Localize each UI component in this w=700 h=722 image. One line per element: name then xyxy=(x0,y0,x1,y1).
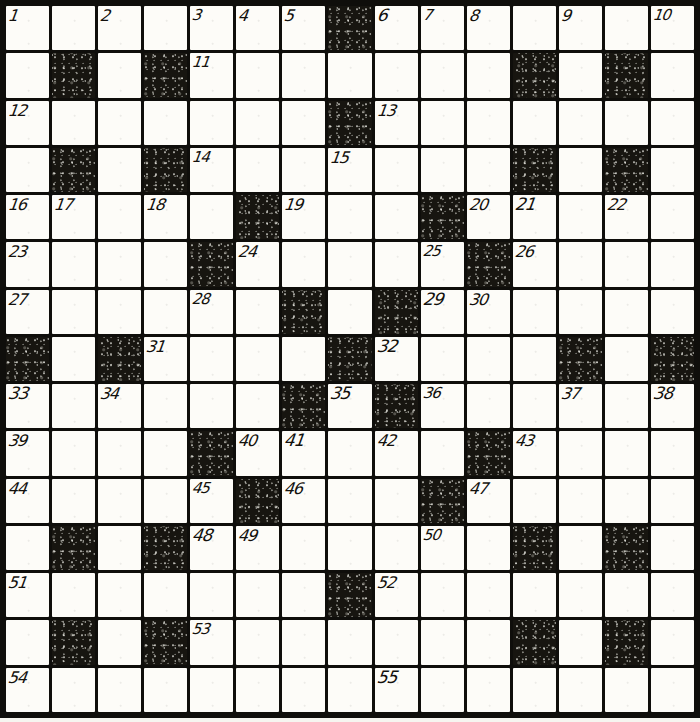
clue-number: 24 xyxy=(237,242,258,261)
cell[interactable] xyxy=(467,384,510,428)
cell[interactable] xyxy=(467,53,510,97)
cell[interactable]: 43 xyxy=(513,431,556,475)
cell[interactable]: 51 xyxy=(6,573,49,617)
clue-number: 55 xyxy=(375,668,397,687)
black-cell xyxy=(421,479,464,523)
black-cell xyxy=(328,6,371,50)
clue-number: 16 xyxy=(7,195,28,214)
black-cell xyxy=(375,384,418,428)
cell[interactable] xyxy=(375,479,418,523)
cell[interactable]: 34 xyxy=(98,384,141,428)
cell[interactable] xyxy=(605,290,648,334)
cell[interactable] xyxy=(651,53,694,97)
cell[interactable] xyxy=(236,620,279,664)
black-cell xyxy=(651,337,694,381)
clue-number: 53 xyxy=(191,620,210,639)
cell[interactable] xyxy=(421,337,464,381)
cell[interactable] xyxy=(513,101,556,145)
cell[interactable] xyxy=(513,384,556,428)
cell[interactable]: 15 xyxy=(328,148,371,192)
cell[interactable]: 6 xyxy=(375,6,418,50)
cell[interactable] xyxy=(421,573,464,617)
cell[interactable]: 4 xyxy=(236,6,279,50)
clue-number: 34 xyxy=(99,384,120,403)
clue-number: 3 xyxy=(191,6,202,25)
cell[interactable] xyxy=(328,620,371,664)
cell[interactable] xyxy=(98,195,141,239)
clue-number: 32 xyxy=(375,337,397,356)
cell[interactable] xyxy=(421,431,464,475)
cell[interactable] xyxy=(144,573,187,617)
cell[interactable] xyxy=(605,242,648,286)
clue-number: 35 xyxy=(329,384,351,403)
cell[interactable]: 20 xyxy=(467,195,510,239)
cell[interactable] xyxy=(605,668,648,712)
black-cell xyxy=(513,526,556,570)
cell[interactable]: 41 xyxy=(282,431,325,475)
cell[interactable] xyxy=(559,148,602,192)
cell[interactable] xyxy=(651,101,694,145)
black-cell xyxy=(605,148,648,192)
cell[interactable] xyxy=(605,431,648,475)
cell[interactable] xyxy=(375,242,418,286)
cell[interactable] xyxy=(559,526,602,570)
black-cell xyxy=(375,290,418,334)
cell[interactable]: 52 xyxy=(375,573,418,617)
cell[interactable] xyxy=(467,101,510,145)
clue-number: 4 xyxy=(237,6,249,25)
cell[interactable] xyxy=(98,668,141,712)
cell[interactable] xyxy=(144,431,187,475)
cell[interactable] xyxy=(190,573,233,617)
cell[interactable] xyxy=(144,290,187,334)
cell[interactable] xyxy=(52,6,95,50)
clue-number: 41 xyxy=(283,431,305,450)
cell[interactable] xyxy=(190,101,233,145)
clue-number: 31 xyxy=(145,337,166,356)
cell[interactable] xyxy=(98,431,141,475)
cell[interactable]: 32 xyxy=(375,337,418,381)
cell[interactable]: 5 xyxy=(282,6,325,50)
cell[interactable] xyxy=(98,53,141,97)
cell[interactable] xyxy=(98,290,141,334)
cell[interactable] xyxy=(52,337,95,381)
cell[interactable] xyxy=(282,620,325,664)
cell[interactable] xyxy=(513,6,556,50)
cell[interactable]: 18 xyxy=(144,195,187,239)
black-cell xyxy=(421,195,464,239)
cell[interactable]: 54 xyxy=(6,668,49,712)
cell[interactable] xyxy=(421,148,464,192)
cell[interactable] xyxy=(513,668,556,712)
clue-number: 26 xyxy=(513,242,534,261)
cell[interactable]: 7 xyxy=(421,6,464,50)
clue-number: 18 xyxy=(145,195,166,214)
cell[interactable] xyxy=(651,668,694,712)
cell[interactable] xyxy=(651,620,694,664)
cell[interactable] xyxy=(282,242,325,286)
cell[interactable]: 50 xyxy=(421,526,464,570)
cell[interactable] xyxy=(144,101,187,145)
cell[interactable] xyxy=(328,668,371,712)
clue-number: 17 xyxy=(53,195,74,214)
cell[interactable] xyxy=(98,526,141,570)
cell[interactable] xyxy=(513,573,556,617)
cell[interactable] xyxy=(236,384,279,428)
clue-number: 22 xyxy=(606,195,627,214)
cell[interactable]: 22 xyxy=(605,195,648,239)
clue-number: 8 xyxy=(467,6,479,25)
cell[interactable]: 53 xyxy=(190,620,233,664)
cell[interactable] xyxy=(605,6,648,50)
clue-number: 44 xyxy=(7,479,28,498)
black-cell xyxy=(513,148,556,192)
cell[interactable] xyxy=(375,195,418,239)
cell[interactable] xyxy=(6,148,49,192)
cell[interactable] xyxy=(605,384,648,428)
black-cell xyxy=(328,101,371,145)
black-cell xyxy=(98,337,141,381)
clue-number: 33 xyxy=(7,384,29,403)
cell[interactable]: 3 xyxy=(190,6,233,50)
cell[interactable] xyxy=(559,290,602,334)
clue-number: 43 xyxy=(513,431,534,450)
cell[interactable] xyxy=(98,101,141,145)
cell[interactable] xyxy=(236,148,279,192)
cell[interactable] xyxy=(375,53,418,97)
cell[interactable] xyxy=(559,431,602,475)
cell[interactable] xyxy=(98,573,141,617)
cell[interactable] xyxy=(651,526,694,570)
cell[interactable] xyxy=(467,668,510,712)
cell[interactable] xyxy=(282,337,325,381)
cell[interactable] xyxy=(52,384,95,428)
cell[interactable]: 33 xyxy=(6,384,49,428)
cell[interactable]: 49 xyxy=(236,526,279,570)
cell[interactable] xyxy=(282,101,325,145)
cell[interactable] xyxy=(52,242,95,286)
cell[interactable]: 36 xyxy=(421,384,464,428)
clue-number: 20 xyxy=(467,195,488,214)
black-cell xyxy=(144,148,187,192)
black-cell xyxy=(144,526,187,570)
black-cell xyxy=(605,526,648,570)
cell[interactable]: 39 xyxy=(6,431,49,475)
clue-number: 23 xyxy=(7,242,28,261)
clue-number: 50 xyxy=(421,526,440,545)
cell[interactable] xyxy=(421,53,464,97)
cell[interactable]: 2 xyxy=(98,6,141,50)
clue-number: 10 xyxy=(652,6,671,25)
clue-number: 25 xyxy=(421,242,440,261)
cell[interactable] xyxy=(467,573,510,617)
clue-number: 27 xyxy=(7,290,28,309)
clue-number: 51 xyxy=(7,573,28,592)
crossword-scan: 1234567891011121314151617181920212223242… xyxy=(0,0,700,722)
cell[interactable]: 19 xyxy=(282,195,325,239)
cell[interactable] xyxy=(467,620,510,664)
clue-number: 5 xyxy=(283,6,295,25)
cell[interactable] xyxy=(467,337,510,381)
cell[interactable] xyxy=(559,573,602,617)
cell[interactable]: 47 xyxy=(467,479,510,523)
clue-number: 12 xyxy=(7,101,28,120)
cell[interactable]: 17 xyxy=(52,195,95,239)
cell[interactable]: 44 xyxy=(6,479,49,523)
cell[interactable] xyxy=(328,53,371,97)
cell[interactable] xyxy=(651,573,694,617)
cell[interactable]: 31 xyxy=(144,337,187,381)
cell[interactable] xyxy=(467,148,510,192)
cell[interactable]: 1 xyxy=(6,6,49,50)
cell[interactable] xyxy=(559,479,602,523)
cell[interactable] xyxy=(651,290,694,334)
cell[interactable] xyxy=(236,668,279,712)
clue-number: 19 xyxy=(283,195,304,214)
cell[interactable]: 35 xyxy=(328,384,371,428)
clue-number: 49 xyxy=(237,526,258,545)
clue-number: 6 xyxy=(375,6,387,25)
cell[interactable]: 14 xyxy=(190,148,233,192)
cell[interactable] xyxy=(282,148,325,192)
cell[interactable]: 28 xyxy=(190,290,233,334)
cell[interactable] xyxy=(6,526,49,570)
cell[interactable] xyxy=(328,526,371,570)
cell[interactable] xyxy=(190,337,233,381)
clue-number: 14 xyxy=(191,148,210,167)
cell[interactable] xyxy=(144,668,187,712)
clue-number: 9 xyxy=(559,6,571,25)
clue-number: 46 xyxy=(283,479,304,498)
black-cell xyxy=(282,290,325,334)
cell[interactable] xyxy=(282,53,325,97)
cell[interactable]: 24 xyxy=(236,242,279,286)
clue-number: 13 xyxy=(375,101,396,120)
clue-number: 38 xyxy=(652,384,674,403)
clue-number: 30 xyxy=(467,290,488,309)
cell[interactable] xyxy=(144,6,187,50)
cell[interactable] xyxy=(98,479,141,523)
cell[interactable]: 40 xyxy=(236,431,279,475)
black-cell xyxy=(52,53,95,97)
cell[interactable] xyxy=(144,479,187,523)
clue-number: 15 xyxy=(329,148,350,167)
black-cell xyxy=(513,53,556,97)
black-cell xyxy=(190,242,233,286)
black-cell xyxy=(559,337,602,381)
cell[interactable] xyxy=(605,101,648,145)
cell[interactable] xyxy=(559,53,602,97)
black-cell xyxy=(467,242,510,286)
clue-number: 28 xyxy=(191,290,210,309)
black-cell xyxy=(52,526,95,570)
black-cell xyxy=(52,620,95,664)
cell[interactable] xyxy=(98,148,141,192)
cell[interactable]: 42 xyxy=(375,431,418,475)
cell[interactable]: 13 xyxy=(375,101,418,145)
clue-number: 40 xyxy=(237,431,258,450)
cell[interactable] xyxy=(328,195,371,239)
cell[interactable] xyxy=(52,668,95,712)
cell[interactable]: 55 xyxy=(375,668,418,712)
black-cell xyxy=(328,573,371,617)
cell[interactable]: 48 xyxy=(190,526,233,570)
cell[interactable] xyxy=(467,526,510,570)
cell[interactable] xyxy=(375,148,418,192)
cell[interactable]: 23 xyxy=(6,242,49,286)
cell[interactable] xyxy=(190,384,233,428)
cell[interactable]: 30 xyxy=(467,290,510,334)
cell[interactable]: 11 xyxy=(190,53,233,97)
cell[interactable] xyxy=(236,573,279,617)
cell[interactable] xyxy=(236,337,279,381)
black-cell xyxy=(52,148,95,192)
cell[interactable] xyxy=(651,148,694,192)
cell[interactable] xyxy=(375,620,418,664)
clue-number: 29 xyxy=(421,290,443,309)
cell[interactable] xyxy=(513,290,556,334)
black-cell xyxy=(190,431,233,475)
cell[interactable] xyxy=(559,242,602,286)
cell[interactable] xyxy=(190,668,233,712)
cell[interactable] xyxy=(651,431,694,475)
cell[interactable]: 26 xyxy=(513,242,556,286)
cell[interactable] xyxy=(513,337,556,381)
cell[interactable] xyxy=(328,431,371,475)
cell[interactable] xyxy=(236,101,279,145)
clue-number: 37 xyxy=(559,384,580,403)
cell[interactable] xyxy=(282,668,325,712)
black-cell xyxy=(6,337,49,381)
cell[interactable] xyxy=(6,620,49,664)
cell[interactable] xyxy=(190,195,233,239)
cell[interactable] xyxy=(144,242,187,286)
cell[interactable] xyxy=(52,479,95,523)
clue-number: 54 xyxy=(7,668,28,687)
cell[interactable] xyxy=(236,290,279,334)
cell[interactable]: 38 xyxy=(651,384,694,428)
clue-number: 42 xyxy=(375,431,396,450)
cell[interactable]: 21 xyxy=(513,195,556,239)
cell[interactable] xyxy=(559,668,602,712)
cell[interactable]: 10 xyxy=(651,6,694,50)
cell[interactable]: 45 xyxy=(190,479,233,523)
black-cell xyxy=(513,620,556,664)
cell[interactable] xyxy=(52,101,95,145)
cell[interactable]: 37 xyxy=(559,384,602,428)
cell[interactable] xyxy=(513,479,556,523)
black-cell xyxy=(328,337,371,381)
cell[interactable]: 16 xyxy=(6,195,49,239)
cell[interactable] xyxy=(651,242,694,286)
black-cell xyxy=(282,384,325,428)
cell[interactable]: 25 xyxy=(421,242,464,286)
crossword-grid: 1234567891011121314151617181920212223242… xyxy=(0,0,700,718)
cell[interactable]: 46 xyxy=(282,479,325,523)
clue-number: 7 xyxy=(421,6,432,25)
cell[interactable]: 8 xyxy=(467,6,510,50)
cell[interactable] xyxy=(605,573,648,617)
cell[interactable] xyxy=(559,620,602,664)
clue-number: 47 xyxy=(467,479,488,498)
cell[interactable] xyxy=(421,620,464,664)
black-cell xyxy=(467,431,510,475)
clue-number: 39 xyxy=(7,431,28,450)
clue-number: 48 xyxy=(191,526,213,545)
cell[interactable]: 29 xyxy=(421,290,464,334)
cell[interactable] xyxy=(651,195,694,239)
cell[interactable] xyxy=(559,101,602,145)
cell[interactable] xyxy=(605,337,648,381)
clue-number: 45 xyxy=(191,479,210,498)
clue-number: 2 xyxy=(99,6,111,25)
black-cell xyxy=(144,53,187,97)
cell[interactable] xyxy=(236,53,279,97)
clue-number: 1 xyxy=(7,6,19,25)
black-cell xyxy=(236,479,279,523)
cell[interactable] xyxy=(328,290,371,334)
cell[interactable] xyxy=(421,668,464,712)
black-cell xyxy=(236,195,279,239)
cell[interactable] xyxy=(328,242,371,286)
clue-number: 11 xyxy=(191,53,210,72)
clue-number: 21 xyxy=(513,195,535,214)
clue-number: 36 xyxy=(421,384,440,403)
cell[interactable] xyxy=(282,526,325,570)
cell[interactable] xyxy=(98,620,141,664)
clue-number: 52 xyxy=(375,573,396,592)
black-cell xyxy=(605,620,648,664)
cell[interactable] xyxy=(651,479,694,523)
cell[interactable] xyxy=(144,384,187,428)
cell[interactable] xyxy=(98,242,141,286)
cell[interactable] xyxy=(52,290,95,334)
cell[interactable]: 9 xyxy=(559,6,602,50)
cell[interactable] xyxy=(375,526,418,570)
cell[interactable] xyxy=(6,53,49,97)
cell[interactable] xyxy=(559,195,602,239)
cell[interactable] xyxy=(52,431,95,475)
cell[interactable] xyxy=(605,479,648,523)
black-cell xyxy=(144,620,187,664)
cell[interactable]: 27 xyxy=(6,290,49,334)
cell[interactable] xyxy=(52,573,95,617)
cell[interactable] xyxy=(421,101,464,145)
black-cell xyxy=(605,53,648,97)
cell[interactable] xyxy=(282,573,325,617)
cell[interactable]: 12 xyxy=(6,101,49,145)
cell[interactable] xyxy=(328,479,371,523)
